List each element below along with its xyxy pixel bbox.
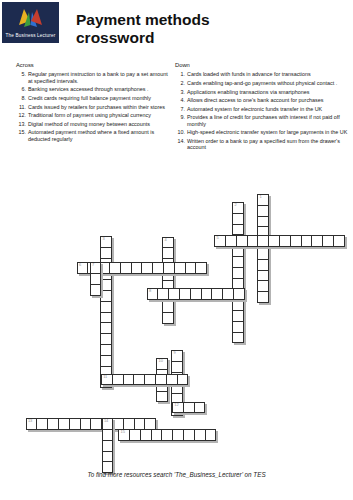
cell-number: 5 — [216, 236, 218, 241]
grid-cell — [232, 332, 244, 344]
cell-number: 14 — [104, 419, 108, 424]
cell-number: 10 — [158, 359, 162, 364]
word-14-down: 14 — [102, 418, 114, 473]
cell-number: 6 — [79, 263, 81, 268]
cell-number: 9 — [173, 351, 175, 356]
cell-number: 7 — [92, 263, 94, 268]
word-15-across: 15 — [118, 429, 216, 441]
grid-cell — [195, 262, 207, 274]
crossword-grid: 123456789101112131415 — [0, 0, 353, 500]
cell-number: 3 — [102, 237, 104, 242]
grid-cell — [177, 374, 189, 386]
word-4-down: 4 — [162, 237, 174, 324]
word-5-across: 5 — [214, 235, 345, 247]
worksheet-page: The Business Lecturer Payment methodscro… — [0, 0, 353, 500]
word-7-down: 7 — [90, 262, 102, 295]
cell-number: 2 — [234, 203, 236, 208]
word-11-across: 11 — [101, 374, 188, 386]
grid-cell — [162, 312, 174, 324]
grid-cell — [194, 402, 206, 414]
word-12-across: 12 — [172, 402, 205, 414]
cell-number: 15 — [120, 430, 124, 435]
grid-cell — [90, 284, 102, 296]
word-2-down: 2 — [232, 202, 244, 343]
cell-number: 11 — [103, 375, 107, 380]
word-3-down: 3 — [100, 236, 112, 388]
cell-number: 13 — [28, 419, 32, 424]
grid-cell — [156, 391, 168, 403]
grid-cell — [333, 235, 345, 247]
cell-number: 4 — [164, 238, 166, 243]
grid-cell — [205, 429, 217, 441]
grid-cell — [257, 291, 269, 303]
word-1-down: 1 — [257, 194, 269, 303]
word-8-across: 8 — [147, 288, 245, 300]
grid-cell — [233, 288, 245, 300]
cell-number: 8 — [149, 289, 151, 294]
footer-note: To find more resources search 'The_Busin… — [0, 471, 353, 478]
cell-number: 12 — [174, 403, 178, 408]
cell-number: 1 — [259, 195, 261, 200]
